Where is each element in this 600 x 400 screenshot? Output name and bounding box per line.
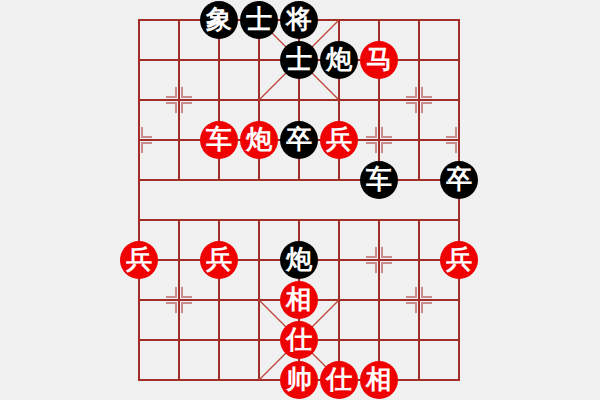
pieces-layer: 象士将士炮马车炮卒兵车卒兵兵炮兵相仕帅仕相 — [119, 0, 479, 400]
piece-black-general[interactable]: 将 — [280, 1, 318, 39]
piece-black-advisor[interactable]: 士 — [280, 41, 318, 79]
piece-red-cannon[interactable]: 炮 — [240, 121, 278, 159]
piece-red-general[interactable]: 帅 — [280, 361, 318, 399]
piece-black-soldier[interactable]: 卒 — [440, 161, 478, 199]
piece-red-elephant[interactable]: 相 — [360, 361, 398, 399]
piece-red-soldier[interactable]: 兵 — [200, 241, 238, 279]
xiangqi-board-screen: 象士将士炮马车炮卒兵车卒兵兵炮兵相仕帅仕相 — [0, 0, 600, 400]
piece-red-soldier[interactable]: 兵 — [320, 121, 358, 159]
piece-red-advisor[interactable]: 仕 — [280, 321, 318, 359]
piece-red-soldier[interactable]: 兵 — [120, 241, 158, 279]
xiangqi-board[interactable]: 象士将士炮马车炮卒兵车卒兵兵炮兵相仕帅仕相 — [139, 20, 459, 380]
piece-red-soldier[interactable]: 兵 — [440, 241, 478, 279]
piece-red-chariot[interactable]: 车 — [200, 121, 238, 159]
piece-black-cannon[interactable]: 炮 — [320, 41, 358, 79]
piece-black-chariot[interactable]: 车 — [360, 161, 398, 199]
piece-black-elephant[interactable]: 象 — [200, 1, 238, 39]
piece-red-horse[interactable]: 马 — [360, 41, 398, 79]
piece-red-elephant[interactable]: 相 — [280, 281, 318, 319]
piece-black-cannon[interactable]: 炮 — [280, 241, 318, 279]
piece-black-advisor[interactable]: 士 — [240, 1, 278, 39]
piece-black-soldier[interactable]: 卒 — [280, 121, 318, 159]
piece-red-advisor[interactable]: 仕 — [320, 361, 358, 399]
